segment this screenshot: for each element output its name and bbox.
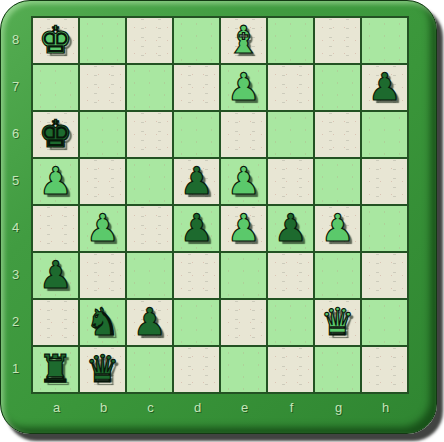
square-a4[interactable] [33, 206, 78, 251]
square-g1[interactable] [315, 347, 360, 392]
square-e1[interactable] [221, 347, 266, 392]
square-h7[interactable]: ♟ [362, 65, 407, 110]
square-e7[interactable]: ♟ [221, 65, 266, 110]
rank-label-6: 6 [0, 110, 31, 157]
file-label-b: b [80, 394, 127, 422]
square-g8[interactable] [315, 18, 360, 63]
white-pawn-e7[interactable]: ♟ [221, 65, 266, 110]
square-h8[interactable] [362, 18, 407, 63]
square-d7[interactable] [174, 65, 219, 110]
white-pawn-a5[interactable]: ♟ [33, 159, 78, 204]
square-c1[interactable] [127, 347, 172, 392]
white-bishop-e8[interactable]: ♝ [221, 18, 266, 63]
white-pawn-e5[interactable]: ♟ [221, 159, 266, 204]
square-b1[interactable]: ♛ [80, 347, 125, 392]
black-pawn-f4[interactable]: ♟ [268, 206, 313, 251]
square-a8[interactable]: ♚ [33, 18, 78, 63]
square-b7[interactable] [80, 65, 125, 110]
square-e5[interactable]: ♟ [221, 159, 266, 204]
square-d2[interactable] [174, 300, 219, 345]
square-g3[interactable] [315, 253, 360, 298]
square-f1[interactable] [268, 347, 313, 392]
square-d8[interactable] [174, 18, 219, 63]
square-c3[interactable] [127, 253, 172, 298]
square-b3[interactable] [80, 253, 125, 298]
square-e8[interactable]: ♝ [221, 18, 266, 63]
square-g2[interactable]: ♛ [315, 300, 360, 345]
rank-label-4: 4 [0, 204, 31, 251]
white-queen-g2[interactable]: ♛ [315, 300, 360, 345]
square-g4[interactable]: ♟ [315, 206, 360, 251]
rank-label-7: 7 [0, 63, 31, 110]
chess-app: 87654321 abcdefgh ♚♝♟♟♚♟♟♟♟♟♟♟♟♟♞♟♛♜♛ [0, 0, 444, 442]
square-d6[interactable] [174, 112, 219, 157]
square-a1[interactable]: ♜ [33, 347, 78, 392]
square-h4[interactable] [362, 206, 407, 251]
square-e3[interactable] [221, 253, 266, 298]
square-f7[interactable] [268, 65, 313, 110]
file-label-c: c [127, 394, 174, 422]
square-e6[interactable] [221, 112, 266, 157]
square-b4[interactable]: ♟ [80, 206, 125, 251]
square-c5[interactable] [127, 159, 172, 204]
square-d3[interactable] [174, 253, 219, 298]
square-f8[interactable] [268, 18, 313, 63]
square-d4[interactable]: ♟ [174, 206, 219, 251]
square-f5[interactable] [268, 159, 313, 204]
file-label-g: g [315, 394, 362, 422]
square-c2[interactable]: ♟ [127, 300, 172, 345]
black-knight-b2[interactable]: ♞ [80, 300, 125, 345]
square-f4[interactable]: ♟ [268, 206, 313, 251]
square-c6[interactable] [127, 112, 172, 157]
black-pawn-c2[interactable]: ♟ [127, 300, 172, 345]
square-g5[interactable] [315, 159, 360, 204]
white-pawn-b4[interactable]: ♟ [80, 206, 125, 251]
square-e4[interactable]: ♟ [221, 206, 266, 251]
square-f3[interactable] [268, 253, 313, 298]
square-c8[interactable] [127, 18, 172, 63]
square-g6[interactable] [315, 112, 360, 157]
file-label-h: h [362, 394, 409, 422]
square-f6[interactable] [268, 112, 313, 157]
chess-board: ♚♝♟♟♚♟♟♟♟♟♟♟♟♟♞♟♛♜♛ [31, 16, 409, 394]
rank-label-2: 2 [0, 298, 31, 345]
square-b2[interactable]: ♞ [80, 300, 125, 345]
file-label-e: e [221, 394, 268, 422]
square-c7[interactable] [127, 65, 172, 110]
black-queen-b1[interactable]: ♛ [80, 347, 125, 392]
black-pawn-h7[interactable]: ♟ [362, 65, 407, 110]
file-label-a: a [33, 394, 80, 422]
square-f2[interactable] [268, 300, 313, 345]
black-pawn-a3[interactable]: ♟ [33, 253, 78, 298]
black-pawn-d4[interactable]: ♟ [174, 206, 219, 251]
square-h3[interactable] [362, 253, 407, 298]
square-h5[interactable] [362, 159, 407, 204]
square-c4[interactable] [127, 206, 172, 251]
square-a3[interactable]: ♟ [33, 253, 78, 298]
white-king-a8[interactable]: ♚ [33, 18, 78, 63]
square-b8[interactable] [80, 18, 125, 63]
rank-labels: 87654321 [0, 16, 31, 394]
square-a5[interactable]: ♟ [33, 159, 78, 204]
black-pawn-d5[interactable]: ♟ [174, 159, 219, 204]
square-b5[interactable] [80, 159, 125, 204]
square-g7[interactable] [315, 65, 360, 110]
square-d1[interactable] [174, 347, 219, 392]
white-pawn-e4[interactable]: ♟ [221, 206, 266, 251]
file-labels: abcdefgh [33, 394, 409, 422]
black-king-a6[interactable]: ♚ [33, 112, 78, 157]
black-rook-a1[interactable]: ♜ [33, 347, 78, 392]
rank-label-8: 8 [0, 16, 31, 63]
square-a2[interactable] [33, 300, 78, 345]
square-h1[interactable] [362, 347, 407, 392]
file-label-f: f [268, 394, 315, 422]
square-e2[interactable] [221, 300, 266, 345]
rank-label-1: 1 [0, 345, 31, 392]
rank-label-3: 3 [0, 251, 31, 298]
rank-label-5: 5 [0, 157, 31, 204]
square-d5[interactable]: ♟ [174, 159, 219, 204]
square-h6[interactable] [362, 112, 407, 157]
square-a7[interactable] [33, 65, 78, 110]
square-h2[interactable] [362, 300, 407, 345]
square-a6[interactable]: ♚ [33, 112, 78, 157]
white-pawn-g4[interactable]: ♟ [315, 206, 360, 251]
file-label-d: d [174, 394, 221, 422]
square-b6[interactable] [80, 112, 125, 157]
